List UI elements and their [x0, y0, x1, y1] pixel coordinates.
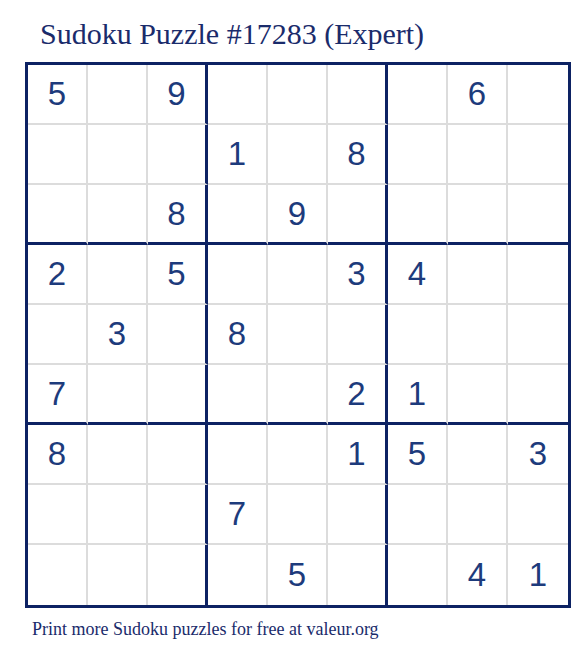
cell-r6c1[interactable]: 7 — [28, 365, 88, 425]
cell-r8c3[interactable] — [148, 485, 208, 545]
cell-r9c2[interactable] — [88, 545, 148, 605]
cell-r7c6[interactable]: 1 — [328, 425, 388, 485]
cell-r8c4[interactable]: 7 — [208, 485, 268, 545]
sudoku-board: 596188925343872181537541 — [25, 62, 571, 608]
cell-r6c2[interactable] — [88, 365, 148, 425]
cell-r6c5[interactable] — [268, 365, 328, 425]
cell-r9c7[interactable] — [388, 545, 448, 605]
cell-r3c9[interactable] — [508, 185, 568, 245]
cell-r8c1[interactable] — [28, 485, 88, 545]
cell-r5c9[interactable] — [508, 305, 568, 365]
cell-r5c2[interactable]: 3 — [88, 305, 148, 365]
cell-r6c3[interactable] — [148, 365, 208, 425]
cell-r8c2[interactable] — [88, 485, 148, 545]
cell-r8c9[interactable] — [508, 485, 568, 545]
cell-r7c7[interactable]: 5 — [388, 425, 448, 485]
cell-r2c1[interactable] — [28, 125, 88, 185]
cell-r1c9[interactable] — [508, 65, 568, 125]
cell-r2c7[interactable] — [388, 125, 448, 185]
cell-r8c5[interactable] — [268, 485, 328, 545]
cell-r2c5[interactable] — [268, 125, 328, 185]
cell-r8c7[interactable] — [388, 485, 448, 545]
cell-r8c8[interactable] — [448, 485, 508, 545]
cell-r3c2[interactable] — [88, 185, 148, 245]
cell-r7c5[interactable] — [268, 425, 328, 485]
cell-r6c8[interactable] — [448, 365, 508, 425]
cell-r7c9[interactable]: 3 — [508, 425, 568, 485]
cell-r6c6[interactable]: 2 — [328, 365, 388, 425]
cell-r1c4[interactable] — [208, 65, 268, 125]
cell-r4c1[interactable]: 2 — [28, 245, 88, 305]
cell-r4c2[interactable] — [88, 245, 148, 305]
cell-r2c3[interactable] — [148, 125, 208, 185]
cell-r5c6[interactable] — [328, 305, 388, 365]
cell-r1c2[interactable] — [88, 65, 148, 125]
cell-r7c4[interactable] — [208, 425, 268, 485]
cell-r7c3[interactable] — [148, 425, 208, 485]
cell-r6c7[interactable]: 1 — [388, 365, 448, 425]
cell-r3c5[interactable]: 9 — [268, 185, 328, 245]
cell-r4c5[interactable] — [268, 245, 328, 305]
cell-r9c6[interactable] — [328, 545, 388, 605]
cell-r4c6[interactable]: 3 — [328, 245, 388, 305]
cell-r4c8[interactable] — [448, 245, 508, 305]
footer-text: Print more Sudoku puzzles for free at va… — [32, 619, 379, 640]
cell-r1c6[interactable] — [328, 65, 388, 125]
cell-r1c1[interactable]: 5 — [28, 65, 88, 125]
page-title: Sudoku Puzzle #17283 (Expert) — [40, 17, 424, 50]
cell-r2c8[interactable] — [448, 125, 508, 185]
cell-r9c3[interactable] — [148, 545, 208, 605]
cell-r2c4[interactable]: 1 — [208, 125, 268, 185]
cell-r5c7[interactable] — [388, 305, 448, 365]
cell-r7c2[interactable] — [88, 425, 148, 485]
cell-r8c6[interactable] — [328, 485, 388, 545]
cell-r5c4[interactable]: 8 — [208, 305, 268, 365]
cell-r3c7[interactable] — [388, 185, 448, 245]
cell-r3c8[interactable] — [448, 185, 508, 245]
cell-r6c9[interactable] — [508, 365, 568, 425]
cell-r1c7[interactable] — [388, 65, 448, 125]
cell-r2c2[interactable] — [88, 125, 148, 185]
cell-r7c8[interactable] — [448, 425, 508, 485]
cell-r1c3[interactable]: 9 — [148, 65, 208, 125]
cell-r9c1[interactable] — [28, 545, 88, 605]
cell-r3c6[interactable] — [328, 185, 388, 245]
cell-r9c9[interactable]: 1 — [508, 545, 568, 605]
cell-r3c3[interactable]: 8 — [148, 185, 208, 245]
cell-r5c8[interactable] — [448, 305, 508, 365]
cell-r9c5[interactable]: 5 — [268, 545, 328, 605]
cell-r3c4[interactable] — [208, 185, 268, 245]
cell-r4c9[interactable] — [508, 245, 568, 305]
cell-r9c8[interactable]: 4 — [448, 545, 508, 605]
cell-r2c6[interactable]: 8 — [328, 125, 388, 185]
cell-r9c4[interactable] — [208, 545, 268, 605]
cell-r4c7[interactable]: 4 — [388, 245, 448, 305]
cell-r1c8[interactable]: 6 — [448, 65, 508, 125]
cell-r1c5[interactable] — [268, 65, 328, 125]
cell-r2c9[interactable] — [508, 125, 568, 185]
cell-r3c1[interactable] — [28, 185, 88, 245]
cell-r6c4[interactable] — [208, 365, 268, 425]
cell-r4c3[interactable]: 5 — [148, 245, 208, 305]
cell-r5c1[interactable] — [28, 305, 88, 365]
cell-r5c5[interactable] — [268, 305, 328, 365]
cell-r7c1[interactable]: 8 — [28, 425, 88, 485]
cell-r4c4[interactable] — [208, 245, 268, 305]
cell-r5c3[interactable] — [148, 305, 208, 365]
